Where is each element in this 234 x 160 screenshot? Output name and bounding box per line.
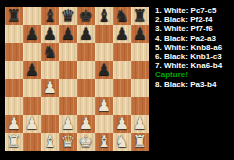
square-d7[interactable]: ♟ bbox=[59, 115, 77, 133]
square-d8[interactable]: ♛ bbox=[59, 133, 77, 151]
piece-white-king: ♚ bbox=[77, 133, 95, 151]
square-e3[interactable] bbox=[77, 43, 95, 61]
square-e6[interactable] bbox=[77, 97, 95, 115]
piece-black-pawn: ♟ bbox=[23, 61, 41, 79]
square-c7[interactable] bbox=[41, 115, 59, 133]
square-a3[interactable] bbox=[5, 43, 23, 61]
piece-black-pawn: ♟ bbox=[95, 61, 113, 79]
square-d6[interactable] bbox=[59, 97, 77, 115]
move-entry-2: 2. Black: Pf2-f4 bbox=[155, 15, 233, 24]
square-e4[interactable] bbox=[77, 61, 95, 79]
square-g1[interactable]: ♞ bbox=[113, 7, 131, 25]
piece-black-pawn: ♟ bbox=[41, 25, 59, 43]
square-f3[interactable] bbox=[95, 43, 113, 61]
square-g2[interactable]: ♟ bbox=[113, 25, 131, 43]
square-a6[interactable] bbox=[5, 97, 23, 115]
piece-white-bishop: ♝ bbox=[95, 133, 113, 151]
square-g3[interactable] bbox=[113, 43, 131, 61]
square-c8[interactable]: ♝ bbox=[41, 133, 59, 151]
piece-black-king: ♚ bbox=[77, 7, 95, 25]
square-f7[interactable] bbox=[95, 115, 113, 133]
square-b2[interactable]: ♟ bbox=[23, 25, 41, 43]
square-d3[interactable] bbox=[59, 43, 77, 61]
square-b5[interactable] bbox=[23, 79, 41, 97]
square-f4[interactable]: ♟ bbox=[95, 61, 113, 79]
square-h5[interactable] bbox=[131, 79, 149, 97]
piece-black-pawn: ♟ bbox=[59, 25, 77, 43]
square-h7[interactable]: ♟ bbox=[131, 115, 149, 133]
piece-white-queen: ♛ bbox=[59, 133, 77, 151]
square-b8[interactable] bbox=[23, 133, 41, 151]
square-h4[interactable] bbox=[131, 61, 149, 79]
square-h3[interactable] bbox=[131, 43, 149, 61]
move-entry-1: 1. White: Pc7-c5 bbox=[155, 6, 233, 15]
piece-white-rook: ♜ bbox=[131, 133, 149, 151]
piece-black-pawn: ♟ bbox=[131, 25, 149, 43]
square-a5[interactable] bbox=[5, 79, 23, 97]
piece-white-pawn: ♟ bbox=[131, 115, 149, 133]
square-f8[interactable]: ♝ bbox=[95, 133, 113, 151]
square-b1[interactable] bbox=[23, 7, 41, 25]
square-b3[interactable] bbox=[23, 43, 41, 61]
piece-black-queen: ♛ bbox=[59, 7, 77, 25]
square-a4[interactable] bbox=[5, 61, 23, 79]
move-entry-4: 4. Black: Pa2-a3 bbox=[155, 34, 233, 43]
square-d2[interactable]: ♟ bbox=[59, 25, 77, 43]
piece-white-pawn: ♟ bbox=[59, 115, 77, 133]
piece-white-bishop: ♝ bbox=[41, 133, 59, 151]
square-f1[interactable]: ♝ bbox=[95, 7, 113, 25]
square-a2[interactable] bbox=[5, 25, 23, 43]
square-h6[interactable] bbox=[131, 97, 149, 115]
square-d1[interactable]: ♛ bbox=[59, 7, 77, 25]
square-g8[interactable]: ♞ bbox=[113, 133, 131, 151]
square-c3[interactable]: ♞ bbox=[41, 43, 59, 61]
square-f2[interactable] bbox=[95, 25, 113, 43]
square-g5[interactable] bbox=[113, 79, 131, 97]
piece-black-pawn: ♟ bbox=[113, 25, 131, 43]
square-f6[interactable]: ♟ bbox=[95, 97, 113, 115]
piece-white-pawn: ♟ bbox=[95, 97, 113, 115]
square-g7[interactable]: ♟ bbox=[113, 115, 131, 133]
move-entry-6: 6. Black: Knb1-c3 bbox=[155, 52, 233, 61]
square-b7[interactable]: ♟ bbox=[23, 115, 41, 133]
capture-announcement: Capture! bbox=[155, 70, 233, 79]
square-g6[interactable] bbox=[113, 97, 131, 115]
piece-white-pawn: ♟ bbox=[77, 115, 95, 133]
move-list: 1. White: Pc7-c52. Black: Pf2-f43. White… bbox=[155, 6, 233, 89]
move-entry-9: 8. Black: Pa3-b4 bbox=[155, 80, 233, 89]
square-c4[interactable] bbox=[41, 61, 59, 79]
chess-board: ♜♝♛♚♝♞♜♟♟♟♟♟♟♞♟♟♟♟♟♟♟♟♟♟♜♝♛♚♝♞♜ bbox=[5, 7, 149, 151]
piece-white-pawn: ♟ bbox=[113, 115, 131, 133]
square-a8[interactable]: ♜ bbox=[5, 133, 23, 151]
square-h1[interactable]: ♜ bbox=[131, 7, 149, 25]
piece-black-knight: ♞ bbox=[113, 7, 131, 25]
piece-white-knight: ♞ bbox=[113, 133, 131, 151]
square-h8[interactable]: ♜ bbox=[131, 133, 149, 151]
piece-black-pawn: ♟ bbox=[23, 25, 41, 43]
square-e8[interactable]: ♚ bbox=[77, 133, 95, 151]
square-e5[interactable] bbox=[77, 79, 95, 97]
square-e1[interactable]: ♚ bbox=[77, 7, 95, 25]
piece-black-pawn: ♟ bbox=[77, 25, 95, 43]
square-b4[interactable]: ♟ bbox=[23, 61, 41, 79]
square-c1[interactable]: ♝ bbox=[41, 7, 59, 25]
square-h2[interactable]: ♟ bbox=[131, 25, 149, 43]
piece-black-rook: ♜ bbox=[131, 7, 149, 25]
square-a1[interactable]: ♜ bbox=[5, 7, 23, 25]
square-g4[interactable] bbox=[113, 61, 131, 79]
square-c5[interactable]: ♟ bbox=[41, 79, 59, 97]
piece-black-bishop: ♝ bbox=[95, 7, 113, 25]
square-e2[interactable]: ♟ bbox=[77, 25, 95, 43]
piece-white-pawn: ♟ bbox=[23, 115, 41, 133]
move-entry-7: 7. White: Kna6-b4 bbox=[155, 61, 233, 70]
square-c2[interactable]: ♟ bbox=[41, 25, 59, 43]
piece-black-bishop: ♝ bbox=[41, 7, 59, 25]
piece-black-knight: ♞ bbox=[41, 43, 59, 61]
piece-white-pawn: ♟ bbox=[41, 79, 59, 97]
square-f5[interactable] bbox=[95, 79, 113, 97]
square-d5[interactable] bbox=[59, 79, 77, 97]
move-entry-3: 3. White: Pf7-f6 bbox=[155, 24, 233, 33]
move-entry-5: 5. White: Knb8-a6 bbox=[155, 43, 233, 52]
square-e7[interactable]: ♟ bbox=[77, 115, 95, 133]
piece-white-rook: ♜ bbox=[5, 133, 23, 151]
square-d4[interactable] bbox=[59, 61, 77, 79]
square-b6[interactable] bbox=[23, 97, 41, 115]
square-a7[interactable]: ♟ bbox=[5, 115, 23, 133]
piece-black-rook: ♜ bbox=[5, 7, 23, 25]
piece-white-pawn: ♟ bbox=[5, 115, 23, 133]
square-c6[interactable] bbox=[41, 97, 59, 115]
